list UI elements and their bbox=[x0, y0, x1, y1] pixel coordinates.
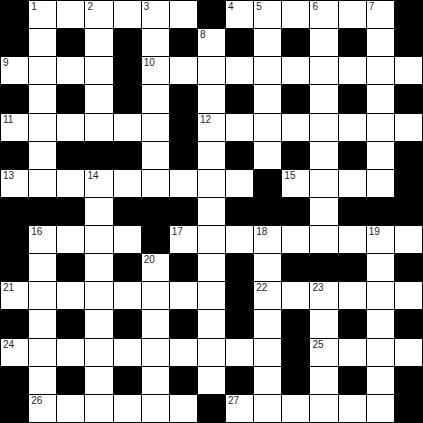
cell-r5c9[interactable] bbox=[254, 142, 281, 169]
cell-r9c7[interactable] bbox=[198, 254, 225, 281]
cell-r4c5[interactable] bbox=[142, 114, 169, 141]
black-cell-r3c6 bbox=[170, 85, 197, 112]
black-cell-r8c5 bbox=[142, 226, 169, 253]
black-cell-r9c4 bbox=[114, 254, 141, 281]
cell-r14c12[interactable] bbox=[339, 395, 366, 422]
cell-r11c11[interactable] bbox=[310, 310, 337, 337]
cell-r0c10[interactable] bbox=[282, 1, 309, 28]
black-cell-r5c3 bbox=[85, 142, 112, 169]
black-cell-r9c2 bbox=[57, 254, 84, 281]
black-cell-r3c12 bbox=[339, 85, 366, 112]
cell-r0c1[interactable]: 1 bbox=[29, 1, 56, 28]
cell-r5c5[interactable] bbox=[142, 142, 169, 169]
cell-r5c7[interactable] bbox=[198, 142, 225, 169]
black-cell-r5c14 bbox=[395, 142, 422, 169]
cell-r0c12[interactable] bbox=[339, 1, 366, 28]
cell-r8c2[interactable] bbox=[57, 226, 84, 253]
black-cell-r3c8 bbox=[226, 85, 253, 112]
clue-number-15: 15 bbox=[284, 170, 295, 181]
black-cell-r11c12 bbox=[339, 310, 366, 337]
clue-number-17: 17 bbox=[172, 226, 183, 237]
black-cell-r7c6 bbox=[170, 198, 197, 225]
cell-r12c3[interactable] bbox=[85, 339, 112, 366]
black-cell-r5c6 bbox=[170, 142, 197, 169]
black-cell-r13c8 bbox=[226, 367, 253, 394]
black-cell-r3c10 bbox=[282, 85, 309, 112]
black-cell-r11c14 bbox=[395, 310, 422, 337]
cell-r5c13[interactable] bbox=[367, 142, 394, 169]
black-cell-r9c12 bbox=[339, 254, 366, 281]
cell-r12c7[interactable] bbox=[198, 339, 225, 366]
cell-r12c9[interactable] bbox=[254, 339, 281, 366]
crossword-board: 1234567891011121314151617181920212223242… bbox=[0, 0, 423, 423]
cell-r6c11[interactable] bbox=[310, 170, 337, 197]
cell-r4c4[interactable] bbox=[114, 114, 141, 141]
cell-r12c0[interactable]: 24 bbox=[1, 339, 28, 366]
black-cell-r5c12 bbox=[339, 142, 366, 169]
cell-r11c7[interactable] bbox=[198, 310, 225, 337]
cell-r11c13[interactable] bbox=[367, 310, 394, 337]
black-cell-r9c11 bbox=[310, 254, 337, 281]
cell-r6c5[interactable] bbox=[142, 170, 169, 197]
cell-r12c11[interactable]: 25 bbox=[310, 339, 337, 366]
black-cell-r14c14 bbox=[395, 395, 422, 422]
black-cell-r7c1 bbox=[29, 198, 56, 225]
black-cell-r1c4 bbox=[114, 29, 141, 56]
cell-r13c1[interactable] bbox=[29, 367, 56, 394]
black-cell-r3c0 bbox=[1, 85, 28, 112]
black-cell-r6c9 bbox=[254, 170, 281, 197]
cell-r8c3[interactable] bbox=[85, 226, 112, 253]
clue-number-9: 9 bbox=[3, 57, 9, 68]
cell-r9c3[interactable] bbox=[85, 254, 112, 281]
cell-r8c10[interactable] bbox=[282, 226, 309, 253]
black-cell-r7c4 bbox=[114, 198, 141, 225]
cell-r5c11[interactable] bbox=[310, 142, 337, 169]
cell-r11c3[interactable] bbox=[85, 310, 112, 337]
black-cell-r9c14 bbox=[395, 254, 422, 281]
clue-number-3: 3 bbox=[144, 1, 150, 12]
black-cell-r11c4 bbox=[114, 310, 141, 337]
black-cell-r3c2 bbox=[57, 85, 84, 112]
clue-number-20: 20 bbox=[144, 254, 155, 265]
cell-r8c4[interactable] bbox=[114, 226, 141, 253]
clue-number-16: 16 bbox=[31, 226, 42, 237]
clue-number-26: 26 bbox=[31, 395, 42, 406]
black-cell-r9c10 bbox=[282, 254, 309, 281]
clue-number-21: 21 bbox=[3, 282, 14, 293]
cell-r11c5[interactable] bbox=[142, 310, 169, 337]
cell-r12c12[interactable] bbox=[339, 339, 366, 366]
black-cell-r12c10 bbox=[282, 339, 309, 366]
cell-r2c10[interactable] bbox=[282, 57, 309, 84]
cell-r8c13[interactable]: 19 bbox=[367, 226, 394, 253]
cell-r0c5[interactable]: 3 bbox=[142, 1, 169, 28]
clue-number-27: 27 bbox=[228, 395, 239, 406]
black-cell-r13c14 bbox=[395, 367, 422, 394]
cell-r8c14[interactable] bbox=[395, 226, 422, 253]
cell-r4c0[interactable]: 11 bbox=[1, 114, 28, 141]
black-cell-r7c14 bbox=[395, 198, 422, 225]
cell-r12c2[interactable] bbox=[57, 339, 84, 366]
black-cell-r7c2 bbox=[57, 198, 84, 225]
cell-r12c13[interactable] bbox=[367, 339, 394, 366]
cell-r1c11[interactable] bbox=[310, 29, 337, 56]
black-cell-r3c4 bbox=[114, 85, 141, 112]
cell-r10c3[interactable] bbox=[85, 282, 112, 309]
black-cell-r4c6 bbox=[170, 114, 197, 141]
cell-r6c12[interactable] bbox=[339, 170, 366, 197]
clue-number-11: 11 bbox=[3, 114, 13, 125]
cell-r7c3[interactable] bbox=[85, 198, 112, 225]
cell-r8c9[interactable]: 18 bbox=[254, 226, 281, 253]
black-cell-r1c0 bbox=[1, 29, 28, 56]
black-cell-r0c7 bbox=[198, 1, 225, 28]
cell-r4c1[interactable] bbox=[29, 114, 56, 141]
cell-r8c6[interactable]: 17 bbox=[170, 226, 197, 253]
cell-r10c11[interactable]: 23 bbox=[310, 282, 337, 309]
cell-r3c7[interactable] bbox=[198, 85, 225, 112]
cell-r1c9[interactable] bbox=[254, 29, 281, 56]
cell-r9c5[interactable]: 20 bbox=[142, 254, 169, 281]
cell-r6c8[interactable] bbox=[226, 170, 253, 197]
black-cell-r13c4 bbox=[114, 367, 141, 394]
cell-r6c0[interactable]: 13 bbox=[1, 170, 28, 197]
cell-r8c7[interactable] bbox=[198, 226, 225, 253]
cell-r14c11[interactable] bbox=[310, 395, 337, 422]
cell-r0c4[interactable] bbox=[114, 1, 141, 28]
cell-r10c6[interactable] bbox=[170, 282, 197, 309]
black-cell-r11c6 bbox=[170, 310, 197, 337]
clue-number-6: 6 bbox=[312, 1, 318, 12]
clue-number-8: 8 bbox=[200, 29, 206, 40]
cell-r4c14[interactable] bbox=[395, 114, 422, 141]
cell-r13c11[interactable] bbox=[310, 367, 337, 394]
cell-r0c3[interactable]: 2 bbox=[85, 1, 112, 28]
clue-number-18: 18 bbox=[256, 226, 267, 237]
clue-number-23: 23 bbox=[312, 282, 323, 293]
black-cell-r1c14 bbox=[395, 29, 422, 56]
cell-r6c6[interactable] bbox=[170, 170, 197, 197]
clue-number-14: 14 bbox=[87, 170, 98, 181]
cell-r0c6[interactable] bbox=[170, 1, 197, 28]
cell-r13c5[interactable] bbox=[142, 367, 169, 394]
cell-r14c3[interactable] bbox=[85, 395, 112, 422]
clue-number-1: 1 bbox=[31, 1, 37, 12]
cell-r4c9[interactable] bbox=[254, 114, 281, 141]
cell-r10c7[interactable] bbox=[198, 282, 225, 309]
black-cell-r5c4 bbox=[114, 142, 141, 169]
cell-r10c4[interactable] bbox=[114, 282, 141, 309]
cell-r2c13[interactable] bbox=[367, 57, 394, 84]
cell-r9c9[interactable] bbox=[254, 254, 281, 281]
cell-r0c9[interactable]: 5 bbox=[254, 1, 281, 28]
black-cell-r7c0 bbox=[1, 198, 28, 225]
cell-r10c9[interactable]: 22 bbox=[254, 282, 281, 309]
black-cell-r13c10 bbox=[282, 367, 309, 394]
cell-r2c8[interactable] bbox=[226, 57, 253, 84]
cell-r13c7[interactable] bbox=[198, 367, 225, 394]
black-cell-r1c8 bbox=[226, 29, 253, 56]
cell-r0c8[interactable]: 4 bbox=[226, 1, 253, 28]
black-cell-r7c5 bbox=[142, 198, 169, 225]
black-cell-r7c8 bbox=[226, 198, 253, 225]
black-cell-r5c2 bbox=[57, 142, 84, 169]
black-cell-r7c13 bbox=[367, 198, 394, 225]
cell-r10c10[interactable] bbox=[282, 282, 309, 309]
cell-r10c13[interactable] bbox=[367, 282, 394, 309]
cell-r9c13[interactable] bbox=[367, 254, 394, 281]
cell-r14c9[interactable] bbox=[254, 395, 281, 422]
cell-r10c14[interactable] bbox=[395, 282, 422, 309]
clue-number-12: 12 bbox=[200, 114, 211, 125]
cell-r6c13[interactable] bbox=[367, 170, 394, 197]
black-cell-r13c6 bbox=[170, 367, 197, 394]
black-cell-r0c0 bbox=[1, 1, 28, 28]
cell-r14c8[interactable]: 27 bbox=[226, 395, 253, 422]
cell-r11c9[interactable] bbox=[254, 310, 281, 337]
cell-r2c7[interactable] bbox=[198, 57, 225, 84]
clue-number-7: 7 bbox=[369, 1, 375, 12]
cell-r3c1[interactable] bbox=[29, 85, 56, 112]
cell-r14c1[interactable]: 26 bbox=[29, 395, 56, 422]
cell-r2c0[interactable]: 9 bbox=[1, 57, 28, 84]
cell-r4c11[interactable] bbox=[310, 114, 337, 141]
black-cell-r11c10 bbox=[282, 310, 309, 337]
black-cell-r5c0 bbox=[1, 142, 28, 169]
cell-r3c3[interactable] bbox=[85, 85, 112, 112]
cell-r8c11[interactable] bbox=[310, 226, 337, 253]
black-cell-r1c10 bbox=[282, 29, 309, 56]
cell-r6c1[interactable] bbox=[29, 170, 56, 197]
cell-r14c10[interactable] bbox=[282, 395, 309, 422]
black-cell-r13c2 bbox=[57, 367, 84, 394]
cell-r2c2[interactable] bbox=[57, 57, 84, 84]
cell-r14c13[interactable] bbox=[367, 395, 394, 422]
cell-r6c2[interactable] bbox=[57, 170, 84, 197]
cell-r0c11[interactable]: 6 bbox=[310, 1, 337, 28]
black-cell-r0c14 bbox=[395, 1, 422, 28]
clue-number-25: 25 bbox=[312, 339, 323, 350]
cell-r4c10[interactable] bbox=[282, 114, 309, 141]
clue-number-10: 10 bbox=[144, 57, 155, 68]
black-cell-r5c10 bbox=[282, 142, 309, 169]
cell-r8c8[interactable] bbox=[226, 226, 253, 253]
cell-r13c3[interactable] bbox=[85, 367, 112, 394]
cell-r4c8[interactable] bbox=[226, 114, 253, 141]
black-cell-r10c8 bbox=[226, 282, 253, 309]
black-cell-r2c4 bbox=[114, 57, 141, 84]
cell-r6c10[interactable]: 15 bbox=[282, 170, 309, 197]
cell-r1c5[interactable] bbox=[142, 29, 169, 56]
black-cell-r8c0 bbox=[1, 226, 28, 253]
cell-r2c9[interactable] bbox=[254, 57, 281, 84]
black-cell-r9c6 bbox=[170, 254, 197, 281]
black-cell-r7c10 bbox=[282, 198, 309, 225]
black-cell-r5c8 bbox=[226, 142, 253, 169]
cell-r6c4[interactable] bbox=[114, 170, 141, 197]
clue-number-5: 5 bbox=[256, 1, 262, 12]
black-cell-r1c6 bbox=[170, 29, 197, 56]
cell-r2c14[interactable] bbox=[395, 57, 422, 84]
black-cell-r9c0 bbox=[1, 254, 28, 281]
cell-r2c12[interactable] bbox=[339, 57, 366, 84]
cell-r1c13[interactable] bbox=[367, 29, 394, 56]
black-cell-r13c0 bbox=[1, 367, 28, 394]
black-cell-r14c7 bbox=[198, 395, 225, 422]
black-cell-r7c9 bbox=[254, 198, 281, 225]
black-cell-r11c2 bbox=[57, 310, 84, 337]
cell-r4c2[interactable] bbox=[57, 114, 84, 141]
cell-r14c6[interactable] bbox=[170, 395, 197, 422]
cell-r12c4[interactable] bbox=[114, 339, 141, 366]
clue-number-22: 22 bbox=[256, 282, 267, 293]
cell-r10c5[interactable] bbox=[142, 282, 169, 309]
cell-r6c3[interactable]: 14 bbox=[85, 170, 112, 197]
black-cell-r1c2 bbox=[57, 29, 84, 56]
cell-r1c1[interactable] bbox=[29, 29, 56, 56]
cell-r8c12[interactable] bbox=[339, 226, 366, 253]
cell-r7c7[interactable] bbox=[198, 198, 225, 225]
black-cell-r9c8 bbox=[226, 254, 253, 281]
black-cell-r14c0 bbox=[1, 395, 28, 422]
cell-r2c5[interactable]: 10 bbox=[142, 57, 169, 84]
cell-r2c3[interactable] bbox=[85, 57, 112, 84]
clue-number-24: 24 bbox=[3, 339, 14, 350]
cell-r2c1[interactable] bbox=[29, 57, 56, 84]
cell-r14c5[interactable] bbox=[142, 395, 169, 422]
cell-r13c13[interactable] bbox=[367, 367, 394, 394]
black-cell-r11c8 bbox=[226, 310, 253, 337]
cell-r3c13[interactable] bbox=[367, 85, 394, 112]
cell-r14c4[interactable] bbox=[114, 395, 141, 422]
clue-number-13: 13 bbox=[3, 170, 14, 181]
cell-r10c1[interactable] bbox=[29, 282, 56, 309]
cell-r4c7[interactable]: 12 bbox=[198, 114, 225, 141]
cell-r10c12[interactable] bbox=[339, 282, 366, 309]
clue-number-4: 4 bbox=[228, 1, 234, 12]
cell-r12c8[interactable] bbox=[226, 339, 253, 366]
cell-r12c5[interactable] bbox=[142, 339, 169, 366]
cell-r14c2[interactable] bbox=[57, 395, 84, 422]
clue-number-19: 19 bbox=[369, 226, 380, 237]
black-cell-r1c12 bbox=[339, 29, 366, 56]
cell-r1c7[interactable]: 8 bbox=[198, 29, 225, 56]
cell-r0c13[interactable]: 7 bbox=[367, 1, 394, 28]
black-cell-r13c12 bbox=[339, 367, 366, 394]
black-cell-r11c0 bbox=[1, 310, 28, 337]
clue-number-2: 2 bbox=[87, 1, 93, 12]
cell-r9c1[interactable] bbox=[29, 254, 56, 281]
black-cell-r3c14 bbox=[395, 85, 422, 112]
cell-r13c9[interactable] bbox=[254, 367, 281, 394]
cell-r7c11[interactable] bbox=[310, 198, 337, 225]
cell-r8c1[interactable]: 16 bbox=[29, 226, 56, 253]
cell-r6c7[interactable] bbox=[198, 170, 225, 197]
cell-r4c12[interactable] bbox=[339, 114, 366, 141]
cell-r2c11[interactable] bbox=[310, 57, 337, 84]
cell-r3c11[interactable] bbox=[310, 85, 337, 112]
cell-r3c5[interactable] bbox=[142, 85, 169, 112]
cell-r0c2[interactable] bbox=[57, 1, 84, 28]
cell-r12c6[interactable] bbox=[170, 339, 197, 366]
cell-r11c1[interactable] bbox=[29, 310, 56, 337]
cell-r3c9[interactable] bbox=[254, 85, 281, 112]
cell-r5c1[interactable] bbox=[29, 142, 56, 169]
cell-r4c13[interactable] bbox=[367, 114, 394, 141]
cell-r2c6[interactable] bbox=[170, 57, 197, 84]
cell-r1c3[interactable] bbox=[85, 29, 112, 56]
black-cell-r7c12 bbox=[339, 198, 366, 225]
cell-r12c1[interactable] bbox=[29, 339, 56, 366]
cell-r10c2[interactable] bbox=[57, 282, 84, 309]
black-cell-r6c14 bbox=[395, 170, 422, 197]
cell-r12c14[interactable] bbox=[395, 339, 422, 366]
cell-r4c3[interactable] bbox=[85, 114, 112, 141]
cell-r10c0[interactable]: 21 bbox=[1, 282, 28, 309]
